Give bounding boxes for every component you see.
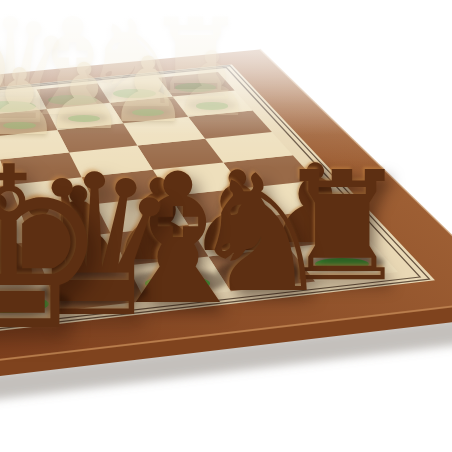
piece-black-bishop-f8[interactable]: ♝ — [0, 174, 17, 362]
chess-photo-stage: ♜♞♝♛♚♝♞♟♟♟♟♟♟♟♟♟♟♟♜♞♝♛♚♝ — [0, 0, 452, 452]
piece-black-king-e8[interactable]: ♚ — [0, 138, 121, 362]
